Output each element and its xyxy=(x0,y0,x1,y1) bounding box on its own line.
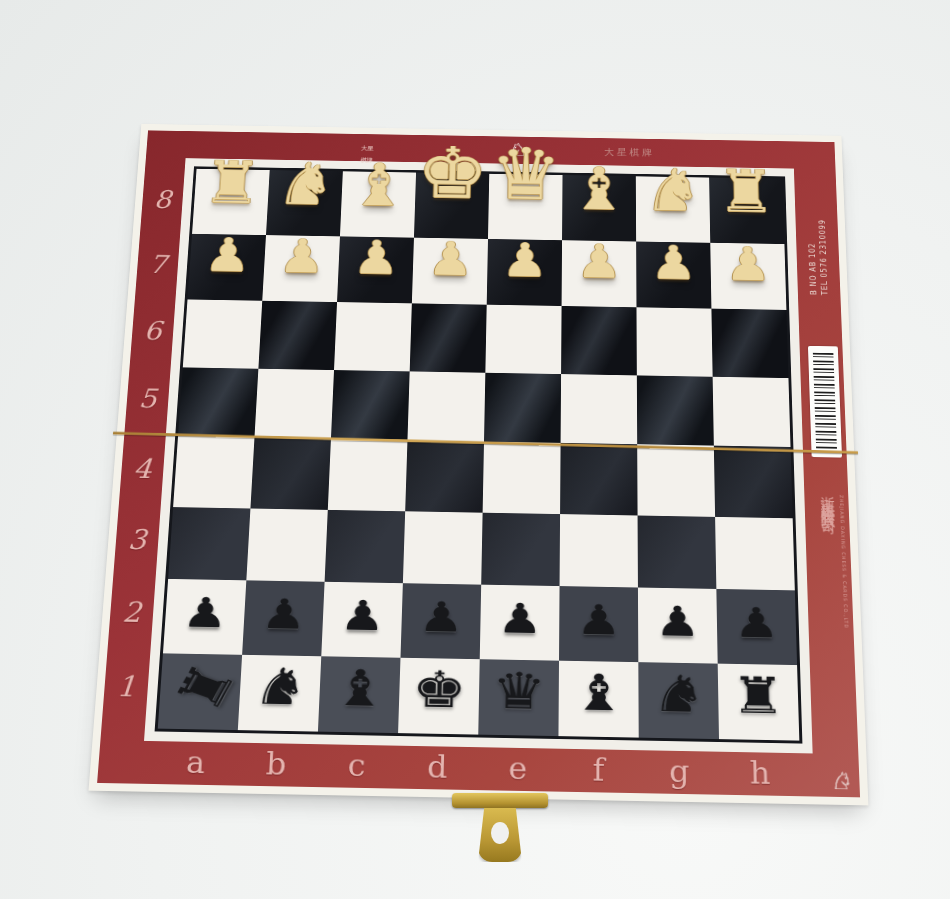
black-pawn-f2[interactable]: ♟ xyxy=(576,599,622,641)
square-e1[interactable]: ♛ xyxy=(478,659,559,736)
square-e5[interactable] xyxy=(484,372,561,443)
brass-clasp[interactable] xyxy=(452,793,548,862)
white-rook-a8[interactable]: ♜ xyxy=(201,153,263,212)
product-code-text: B NO AB 102 TEL 0576 2310099 xyxy=(806,219,831,295)
white-pawn-e7[interactable]: ♟ xyxy=(501,237,548,284)
square-h8[interactable]: ♜ xyxy=(709,178,784,244)
rank-label-5: 5 xyxy=(128,383,168,414)
square-b6[interactable] xyxy=(258,301,337,370)
company-name-chinese: 浙江大星棋牌有限公司 xyxy=(817,486,836,513)
white-knight-g8[interactable]: ♞ xyxy=(643,160,702,219)
company-name-english: ZHEJIANG DAXING CHESS & CARDS CO.,LTD xyxy=(839,495,850,629)
square-a3[interactable] xyxy=(168,507,250,581)
square-g1[interactable]: ♞ xyxy=(638,662,719,739)
rank-label-1: 1 xyxy=(105,670,147,704)
clasp-tongue xyxy=(478,808,522,862)
black-knight-g1[interactable]: ♞ xyxy=(651,669,706,720)
white-bishop-c8[interactable]: ♝ xyxy=(348,155,409,214)
rank-label-3: 3 xyxy=(117,523,158,555)
square-g3[interactable] xyxy=(638,515,717,589)
square-b1[interactable]: ♞ xyxy=(238,654,321,731)
chess-board-grid: ♜♞♝♚♛♝♞♜♟♟♟♟♟♟♟♟♟♟♟♟♟♟♟♟♜♞♝♚♛♝♞♜ xyxy=(158,169,800,741)
square-e4[interactable] xyxy=(483,441,561,513)
rank-label-6: 6 xyxy=(133,316,172,346)
rank-label-8: 8 xyxy=(143,185,181,214)
black-pawn-d2[interactable]: ♟ xyxy=(418,596,464,638)
file-label-f: f xyxy=(558,751,639,792)
square-b5[interactable] xyxy=(254,368,334,438)
square-f6[interactable] xyxy=(561,306,637,375)
file-label-d: d xyxy=(396,748,478,789)
rank-label-2: 2 xyxy=(111,596,152,629)
square-e2[interactable]: ♟ xyxy=(480,585,560,661)
barcode-bars xyxy=(813,353,837,451)
square-f8[interactable]: ♝ xyxy=(562,175,636,241)
square-d7[interactable]: ♟ xyxy=(412,237,488,304)
black-rook-h1[interactable]: ♜ xyxy=(730,670,786,721)
board-frame: ♜♞♝♚♛♝♞♜♟♟♟♟♟♟♟♟♟♟♟♟♟♟♟♟♜♞♝♚♛♝♞♜ xyxy=(155,166,803,743)
square-a2[interactable]: ♟ xyxy=(163,579,246,654)
black-pawn-g2[interactable]: ♟ xyxy=(655,600,701,642)
square-g2[interactable]: ♟ xyxy=(638,588,718,664)
square-h6[interactable] xyxy=(711,309,788,378)
white-king-d8[interactable]: ♚ xyxy=(416,137,489,209)
square-h1[interactable]: ♜ xyxy=(718,663,800,740)
square-c1[interactable]: ♝ xyxy=(318,656,401,733)
black-bishop-c1[interactable]: ♝ xyxy=(331,663,388,714)
square-g4[interactable] xyxy=(637,444,715,516)
photo-background: { "game": "chess", "position": { "fen": … xyxy=(0,0,950,899)
white-knight-b8[interactable]: ♞ xyxy=(275,154,336,213)
square-d2[interactable]: ♟ xyxy=(400,583,481,659)
square-f3[interactable] xyxy=(560,514,638,588)
black-king-d1[interactable]: ♚ xyxy=(411,664,467,715)
square-e7[interactable]: ♟ xyxy=(487,239,562,306)
square-a6[interactable] xyxy=(183,299,262,368)
white-rook-h8[interactable]: ♜ xyxy=(716,161,776,220)
square-d3[interactable] xyxy=(403,511,483,585)
rank-label-4: 4 xyxy=(122,452,162,484)
file-label-c: c xyxy=(316,746,398,787)
square-e3[interactable] xyxy=(481,512,560,586)
file-label-a: a xyxy=(154,743,237,783)
square-c8[interactable]: ♝ xyxy=(340,171,416,237)
square-b4[interactable] xyxy=(250,437,330,509)
square-c6[interactable] xyxy=(334,302,412,371)
square-h3[interactable] xyxy=(715,516,795,590)
white-pawn-a7[interactable]: ♟ xyxy=(203,232,252,279)
square-h7[interactable]: ♟ xyxy=(710,242,786,310)
black-queen-e1[interactable]: ♛ xyxy=(491,666,546,717)
square-d8[interactable]: ♚ xyxy=(414,173,489,239)
square-f5[interactable] xyxy=(561,374,638,445)
clasp-plate xyxy=(452,793,548,808)
square-f1[interactable]: ♝ xyxy=(558,660,638,737)
square-a8[interactable]: ♜ xyxy=(192,169,270,235)
square-d4[interactable] xyxy=(405,440,484,512)
square-c5[interactable] xyxy=(331,370,410,440)
chess-board-box: 大星 棋牌 ♘ 大星棋牌 B NO AB 102 TEL 0576 231009… xyxy=(89,124,869,805)
black-pawn-a2[interactable]: ♟ xyxy=(181,592,229,634)
square-a7[interactable]: ♟ xyxy=(188,233,267,300)
square-f4[interactable] xyxy=(560,443,637,515)
white-pawn-d7[interactable]: ♟ xyxy=(427,236,474,283)
square-b7[interactable]: ♟ xyxy=(262,235,340,302)
square-d5[interactable] xyxy=(407,371,485,442)
square-d6[interactable] xyxy=(410,303,487,372)
square-f7[interactable]: ♟ xyxy=(562,240,637,307)
black-pawn-c2[interactable]: ♟ xyxy=(339,595,386,637)
black-pawn-b2[interactable]: ♟ xyxy=(260,593,307,635)
black-pawn-e2[interactable]: ♟ xyxy=(497,598,543,640)
square-a4[interactable] xyxy=(173,436,254,508)
square-c7[interactable]: ♟ xyxy=(337,236,414,303)
square-c2[interactable]: ♟ xyxy=(321,582,403,657)
file-label-b: b xyxy=(235,745,318,786)
clasp-hole xyxy=(491,822,509,844)
file-label-g: g xyxy=(639,752,720,793)
square-e6[interactable] xyxy=(485,305,561,374)
white-pawn-g7[interactable]: ♟ xyxy=(650,239,697,286)
square-e8[interactable]: ♛ xyxy=(488,174,563,240)
square-h5[interactable] xyxy=(713,376,791,447)
knight-logo-icon: ♘ xyxy=(831,767,853,795)
square-g8[interactable]: ♞ xyxy=(636,176,710,242)
black-rook-a1[interactable]: ♜ xyxy=(167,657,245,718)
square-g6[interactable] xyxy=(636,307,712,376)
white-queen-e8[interactable]: ♛ xyxy=(490,138,562,210)
square-c3[interactable] xyxy=(325,509,406,583)
barcode-sticker xyxy=(808,346,842,458)
square-a1[interactable]: ♜ xyxy=(158,653,242,730)
square-f2[interactable]: ♟ xyxy=(559,586,638,662)
white-pawn-b7[interactable]: ♟ xyxy=(278,233,326,280)
square-d1[interactable]: ♚ xyxy=(398,657,480,734)
white-pawn-h7[interactable]: ♟ xyxy=(724,241,771,288)
black-pawn-h2[interactable]: ♟ xyxy=(733,602,779,644)
rank-label-7: 7 xyxy=(138,249,177,279)
square-b3[interactable] xyxy=(246,508,327,582)
square-b8[interactable]: ♞ xyxy=(266,170,343,236)
black-knight-b1[interactable]: ♞ xyxy=(251,662,308,713)
square-b2[interactable]: ♟ xyxy=(242,580,324,655)
file-label-h: h xyxy=(719,754,801,795)
square-g7[interactable]: ♟ xyxy=(636,241,711,309)
square-g5[interactable] xyxy=(637,375,714,446)
maroon-border: 大星 棋牌 ♘ 大星棋牌 B NO AB 102 TEL 0576 231009… xyxy=(97,130,860,797)
square-h4[interactable] xyxy=(714,446,793,518)
square-a5[interactable] xyxy=(178,367,258,437)
white-bishop-f8[interactable]: ♝ xyxy=(570,159,629,218)
square-c4[interactable] xyxy=(328,439,408,511)
file-label-e: e xyxy=(477,749,558,790)
white-pawn-f7[interactable]: ♟ xyxy=(576,238,622,285)
board-inner-margin: ♜♞♝♚♛♝♞♜♟♟♟♟♟♟♟♟♟♟♟♟♟♟♟♟♜♞♝♚♛♝♞♜ xyxy=(144,158,813,753)
square-h2[interactable]: ♟ xyxy=(716,589,797,665)
black-bishop-f1[interactable]: ♝ xyxy=(571,667,626,718)
white-pawn-c7[interactable]: ♟ xyxy=(352,234,400,281)
